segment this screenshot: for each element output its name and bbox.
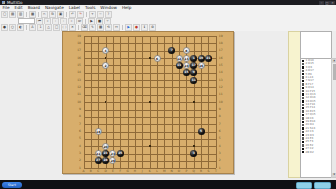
star-point (149, 101, 151, 103)
row-coordinate-label: 16 (219, 57, 228, 60)
row-coordinate-label: 18 (219, 42, 228, 45)
column-coordinate-label: M (162, 170, 166, 173)
white-move-icon (302, 97, 304, 99)
flip-icon[interactable]: ↔ (113, 24, 120, 31)
white-stone-P15[interactable]: 10 (183, 62, 190, 69)
info-icon[interactable]: ℹ (141, 24, 148, 31)
row-coordinate-label: 19 (72, 35, 81, 38)
black-move-icon (302, 80, 304, 82)
grid-line-horizontal (84, 124, 216, 125)
white-stone-D15[interactable]: 2 (102, 62, 109, 69)
tray-icon-network[interactable] (296, 182, 312, 189)
black-stone-O15[interactable]: 13 (176, 62, 183, 69)
row-coordinate-label: 7 (219, 123, 228, 126)
black-move-icon (302, 107, 304, 109)
white-move-icon (302, 131, 304, 133)
row-coordinate-label: 7 (72, 123, 81, 126)
row-coordinate-label: 15 (72, 64, 81, 67)
column-coordinate-label: P (184, 170, 188, 173)
move-list-scrollbar[interactable]: ▲ ▼ (331, 58, 336, 178)
app-icon (2, 1, 5, 4)
toolbar-separator (122, 25, 124, 30)
black-move-icon (302, 73, 304, 75)
black-move-icon (302, 60, 304, 62)
black-move-icon (302, 134, 304, 136)
column-coordinate-label: T (214, 170, 218, 173)
black-stone-Q13[interactable]: 11 (190, 77, 197, 84)
white-move-icon (302, 137, 304, 139)
delete-icon[interactable]: ⌫ (81, 24, 88, 31)
open-icon[interactable]: ▤ (9, 11, 16, 18)
toolbar-separator (66, 12, 68, 17)
column-coordinate-label: A (82, 170, 86, 173)
row-coordinate-label: 10 (219, 101, 228, 104)
row-coordinate-label: 5 (72, 137, 81, 140)
toolbar-separator (38, 12, 40, 17)
star-point (193, 145, 195, 147)
maximize-button[interactable]: □ (325, 1, 330, 5)
workspace: 1919181817171616151514141313121211111010… (0, 31, 336, 180)
scroll-down-arrow[interactable]: ▼ (332, 173, 336, 177)
row-coordinate-label: 1 (219, 167, 228, 170)
close-button[interactable]: ✕ (330, 1, 335, 5)
black-stone-R16[interactable]: 19 (198, 55, 205, 62)
column-coordinate-label: S (206, 170, 210, 173)
white-stone-C6[interactable]: 18 (95, 128, 102, 135)
move-list-row[interactable]: 28 D2 (301, 151, 331, 154)
grid-line-vertical (216, 36, 217, 168)
red-record-icon[interactable]: ● (133, 24, 140, 31)
grid-line-horizontal (84, 139, 216, 140)
black-stone-S16[interactable]: 21 (205, 55, 212, 62)
column-coordinate-label: K (148, 170, 152, 173)
row-coordinate-label: 19 (219, 35, 228, 38)
options-icon[interactable]: ⚙ (149, 24, 156, 31)
white-move-icon (302, 104, 304, 106)
black-stone-N17[interactable]: 7 (168, 47, 175, 54)
black-stone-D3[interactable]: 23 (102, 150, 109, 157)
black-move-icon (302, 127, 304, 129)
black-move-icon (302, 66, 304, 68)
black-stone-P14[interactable]: 15 (183, 69, 190, 76)
star-point (105, 101, 107, 103)
column-coordinate-label: H (133, 170, 137, 173)
white-stone-E3[interactable]: 24 (109, 150, 116, 157)
row-coordinate-label: 4 (72, 145, 81, 148)
black-stone-Q15[interactable]: 17 (190, 62, 197, 69)
black-stone-R6[interactable]: 5 (198, 128, 205, 135)
column-coordinate-label: G (126, 170, 130, 173)
white-stone-D17[interactable]: 4 (102, 47, 109, 54)
label-1-icon[interactable]: 1 (37, 24, 44, 31)
white-move-icon (302, 63, 304, 65)
taskbar: Start (0, 180, 336, 189)
row-coordinate-label: 14 (219, 71, 228, 74)
row-coordinate-label: 13 (72, 79, 81, 82)
grid-line-vertical (172, 36, 173, 168)
black-stone-D2[interactable]: 28 (102, 157, 109, 164)
star-point (149, 145, 151, 147)
row-coordinate-label: 2 (219, 159, 228, 162)
go-board[interactable]: 1919181817171616151514141313121211111010… (62, 31, 234, 174)
scroll-up-arrow[interactable]: ▲ (332, 59, 336, 63)
row-coordinate-label: 3 (219, 152, 228, 155)
go-board-grid: 1919181817171616151514141313121211111010… (63, 32, 233, 173)
tray-icon-clock[interactable] (314, 182, 331, 189)
label-a-icon[interactable]: A (29, 24, 36, 31)
white-move-icon (302, 83, 304, 85)
black-stone-Q16[interactable]: 1 (190, 55, 197, 62)
row-coordinate-label: 13 (219, 79, 228, 82)
column-coordinate-label: R (199, 170, 203, 173)
toolbar-separator (78, 25, 80, 30)
triangle-mark-icon[interactable]: △ (45, 24, 52, 31)
white-move-icon (302, 110, 304, 112)
row-coordinate-label: 6 (219, 130, 228, 133)
star-point (193, 101, 195, 103)
toolbar-separator (85, 19, 87, 24)
circle-mark-icon[interactable]: ◯ (61, 24, 68, 31)
column-coordinate-label: J (140, 170, 144, 173)
row-coordinate-label: 9 (219, 108, 228, 111)
black-stone-Q3[interactable]: 3 (190, 150, 197, 157)
grid-line-horizontal (84, 110, 216, 111)
white-stone-tool-icon[interactable]: ○ (9, 24, 16, 31)
toolbar-separator (86, 12, 88, 17)
white-move-icon (302, 144, 304, 146)
grid-icon[interactable]: ▦ (97, 24, 104, 31)
white-stone-D4[interactable]: 20 (102, 143, 109, 150)
toolbar-separator (26, 25, 28, 30)
square-mark-icon[interactable]: □ (53, 24, 60, 31)
row-coordinate-label: 4 (219, 145, 228, 148)
white-stone-P17[interactable]: 8 (183, 47, 190, 54)
white-stone-P16[interactable]: 14 (183, 55, 190, 62)
white-move-icon (302, 124, 304, 126)
white-stone-C3[interactable]: 22 (95, 150, 102, 157)
black-move-icon (302, 151, 304, 153)
new-file-icon[interactable]: ▢ (1, 11, 8, 18)
black-move-icon (302, 148, 304, 150)
cross-mark-icon[interactable]: ✕ (69, 24, 76, 31)
column-coordinate-label: E (111, 170, 115, 173)
move-label: 28 D2 (305, 151, 313, 154)
row-coordinate-label: 8 (72, 115, 81, 118)
white-stone-O16[interactable]: 12 (176, 55, 183, 62)
alternate-tool-icon[interactable]: ◐ (17, 24, 24, 31)
row-coordinate-label: 8 (219, 115, 228, 118)
column-coordinate-label: N (170, 170, 174, 173)
star-point (149, 57, 151, 59)
column-coordinate-label: C (96, 170, 100, 173)
black-stone-F3[interactable]: 25 (117, 150, 124, 157)
black-move-icon (302, 87, 304, 89)
row-coordinate-label: 11 (219, 93, 228, 96)
grid-line-horizontal (84, 132, 216, 133)
column-coordinate-label: L (155, 170, 159, 173)
move-list-panel: 1 Q162 D153 Q34 D175 R66 L167 N178 P179 … (300, 58, 332, 178)
star-point (105, 57, 107, 59)
grid-line-vertical (164, 36, 165, 168)
row-coordinate-label: 5 (219, 137, 228, 140)
row-coordinate-label: 16 (72, 57, 81, 60)
grid-line-horizontal (84, 117, 216, 118)
white-move-icon (302, 76, 304, 78)
white-stone-E2[interactable]: 26 (109, 157, 116, 164)
row-coordinate-label: 15 (219, 64, 228, 67)
row-coordinate-label: 10 (72, 101, 81, 104)
toolbar-separator (26, 12, 28, 17)
white-stone-R15[interactable]: 16 (198, 62, 205, 69)
row-coordinate-label: 17 (219, 49, 228, 52)
row-coordinate-label: 11 (72, 93, 81, 96)
black-move-icon (302, 100, 304, 102)
column-coordinate-label: D (104, 170, 108, 173)
row-coordinate-label: 3 (72, 152, 81, 155)
black-move-icon (302, 141, 304, 143)
game-info-panel[interactable] (300, 31, 332, 59)
black-move-icon (302, 93, 304, 95)
column-coordinate-label: O (177, 170, 181, 173)
column-coordinate-label: B (89, 170, 93, 173)
row-coordinate-label: 1 (72, 167, 81, 170)
minimize-button[interactable]: ─ (319, 1, 324, 5)
start-button[interactable]: Start (2, 182, 22, 188)
row-coordinate-label: 6 (72, 130, 81, 133)
row-coordinate-label: 12 (72, 86, 81, 89)
black-stone-C2[interactable]: 27 (95, 157, 102, 164)
black-stone-tool-icon[interactable]: ● (1, 24, 8, 31)
row-coordinate-label: 14 (72, 71, 81, 74)
white-move-icon (302, 70, 304, 72)
rotate-icon[interactable]: ⟲ (105, 24, 112, 31)
multigo-window: MultiGo ─ □ ✕ FileEditBoardNavigateLabel… (0, 0, 336, 189)
row-coordinate-label: 17 (72, 49, 81, 52)
blue-play-icon[interactable]: ▶ (125, 24, 132, 31)
row-coordinate-label: 9 (72, 108, 81, 111)
black-move-icon (302, 121, 304, 123)
row-coordinate-label: 18 (72, 42, 81, 45)
row-coordinate-label: 2 (72, 159, 81, 162)
white-move-icon (302, 90, 304, 92)
column-coordinate-label: Q (192, 170, 196, 173)
white-move-icon (302, 117, 304, 119)
scrollbar-thumb[interactable] (333, 64, 336, 80)
row-coordinate-label: 12 (219, 86, 228, 89)
white-stone-L16[interactable]: 6 (154, 55, 161, 62)
pencil-icon[interactable]: ✎ (89, 24, 96, 31)
black-move-icon (302, 114, 304, 116)
column-coordinate-label: F (118, 170, 122, 173)
black-stone-Q14[interactable]: 9 (190, 69, 197, 76)
